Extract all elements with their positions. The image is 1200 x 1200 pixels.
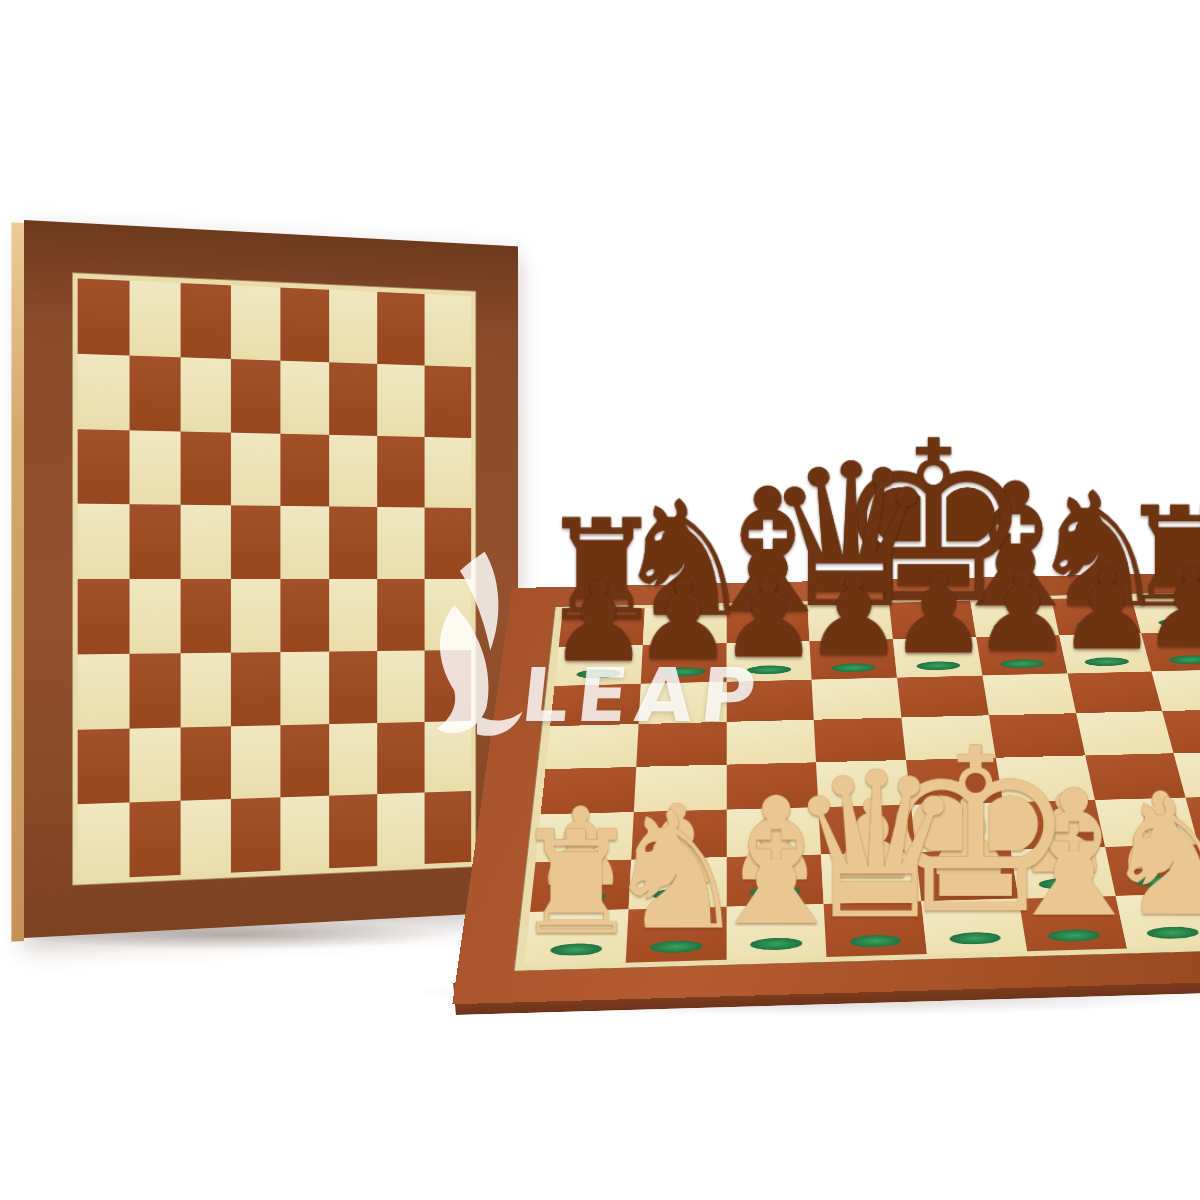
square-c7 [181, 357, 231, 432]
square-c6 [181, 431, 231, 506]
square-f3 [329, 651, 377, 724]
square-a2 [78, 728, 130, 804]
square-e2 [280, 724, 329, 798]
square-c1 [181, 799, 231, 875]
brand-watermark: LEAP [418, 548, 763, 738]
square-g8 [377, 292, 424, 365]
square-e3 [280, 651, 329, 724]
square-d6 [231, 432, 281, 506]
square-f2 [329, 723, 377, 796]
square-a1 [78, 803, 130, 880]
square-g6 [1067, 671, 1162, 713]
square-g1 [377, 793, 424, 866]
square-g6 [377, 435, 424, 507]
square-d1 [231, 798, 281, 873]
square-f7 [329, 362, 377, 435]
square-f4 [329, 579, 377, 651]
square-f8 [329, 290, 377, 364]
square-b2 [130, 727, 181, 803]
square-b3 [130, 653, 181, 728]
square-d7 [231, 359, 281, 434]
square-e4 [280, 579, 329, 652]
square-f1 [329, 794, 377, 868]
square-a5 [78, 504, 130, 579]
square-e8 [280, 288, 329, 363]
square-e1 [280, 796, 329, 871]
square-d3 [231, 652, 281, 726]
square-b7 [130, 355, 181, 431]
square-a3 [78, 654, 130, 730]
square-a8 [78, 278, 130, 355]
upright-board-field [72, 272, 476, 886]
brand-watermark-text: LEAP [517, 652, 767, 738]
square-d5 [231, 506, 281, 579]
square-b4 [130, 579, 181, 654]
eagle-icon [418, 548, 536, 738]
square-a7 [78, 354, 130, 430]
square-h5 [1162, 709, 1200, 753]
square-h1 [425, 791, 472, 864]
square-e7 [280, 360, 329, 434]
square-h7 [425, 365, 472, 437]
square-f6 [329, 434, 377, 507]
flat-board-scene: ♜♞♝♛♚♝♞♜♟♟♟♟♟♟♟♟♟♟♟♟♟♟♟♟♜♞♝♛♚♝♞♜ [488, 342, 1200, 1178]
square-h6 [425, 437, 472, 509]
square-b1 [130, 801, 181, 877]
square-e5 [280, 506, 329, 579]
square-f5 [329, 507, 377, 579]
square-a1: ♜ [524, 910, 628, 966]
square-g5 [1076, 711, 1174, 755]
square-h8 [425, 294, 472, 367]
square-b6 [130, 430, 181, 505]
square-c4 [181, 579, 231, 653]
board-side-edge [11, 222, 24, 941]
square-b8 [130, 281, 181, 357]
square-d8 [231, 285, 281, 360]
square-d4 [231, 579, 281, 652]
square-c5 [181, 505, 231, 579]
square-b5 [130, 504, 181, 579]
square-e6 [280, 433, 329, 506]
upright-board-grid [78, 278, 472, 879]
square-a6 [78, 429, 130, 505]
square-a4 [78, 579, 130, 654]
piece-light-rook: ♜ [471, 815, 681, 951]
square-c3 [181, 652, 231, 727]
product-photo: ♜♞♝♛♚♝♞♜♟♟♟♟♟♟♟♟♟♟♟♟♟♟♟♟♜♞♝♛♚♝♞♜ LEAP [0, 0, 1200, 1200]
square-c2 [181, 726, 231, 801]
square-g7 [377, 364, 424, 437]
square-c8 [181, 283, 231, 359]
square-d2 [231, 725, 281, 800]
